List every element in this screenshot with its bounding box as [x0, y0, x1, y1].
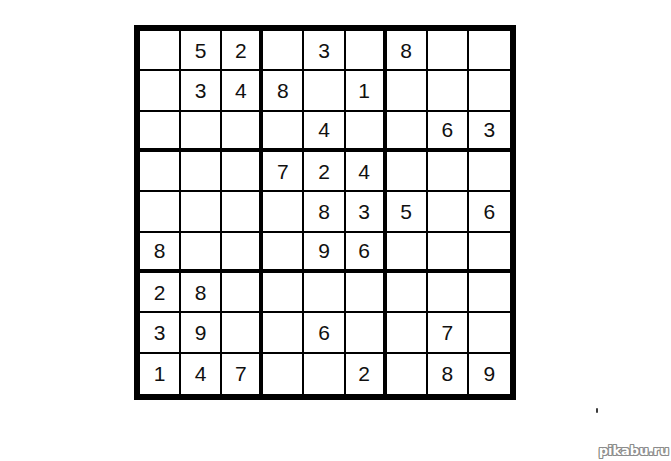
cell-r6c3[interactable] — [222, 233, 263, 273]
cell-r2c8[interactable] — [428, 71, 469, 111]
given-digit: 7 — [235, 363, 247, 384]
given-digit: 3 — [154, 322, 166, 343]
cell-r1c1[interactable] — [140, 31, 181, 71]
cell-r3c9[interactable]: 3 — [469, 112, 510, 152]
cell-r1c5[interactable]: 3 — [304, 31, 345, 71]
cell-r7c7[interactable] — [387, 273, 428, 313]
given-digit: 4 — [358, 161, 370, 182]
cell-r6c7[interactable] — [387, 233, 428, 273]
cell-r1c9[interactable] — [469, 31, 510, 71]
cell-r3c6[interactable] — [346, 112, 387, 152]
given-digit: 9 — [195, 322, 207, 343]
given-digit: 8 — [441, 363, 453, 384]
cell-r6c4[interactable] — [263, 233, 304, 273]
cell-r6c2[interactable] — [181, 233, 222, 273]
cell-r4c4[interactable]: 7 — [263, 152, 304, 192]
cell-r9c3[interactable]: 7 — [222, 354, 263, 394]
cell-r2c9[interactable] — [469, 71, 510, 111]
cell-r6c6[interactable]: 6 — [346, 233, 387, 273]
given-digit: 8 — [195, 282, 207, 303]
cell-r3c8[interactable]: 6 — [428, 112, 469, 152]
cell-r8c9[interactable] — [469, 313, 510, 353]
cell-r3c2[interactable] — [181, 112, 222, 152]
cell-r2c5[interactable] — [304, 71, 345, 111]
cell-r3c4[interactable] — [263, 112, 304, 152]
cell-r7c6[interactable] — [346, 273, 387, 313]
cell-r1c3[interactable]: 2 — [222, 31, 263, 71]
given-digit: 2 — [358, 363, 370, 384]
given-digit: 3 — [195, 80, 207, 101]
given-digit: 4 — [195, 363, 207, 384]
given-digit: 8 — [277, 80, 289, 101]
cell-r9c1[interactable]: 1 — [140, 354, 181, 394]
cell-r4c6[interactable]: 4 — [346, 152, 387, 192]
cell-r4c7[interactable] — [387, 152, 428, 192]
watermark: pikabu.ru — [599, 443, 669, 458]
given-digit: 3 — [318, 40, 330, 61]
cell-r1c2[interactable]: 5 — [181, 31, 222, 71]
cell-r5c5[interactable]: 8 — [304, 192, 345, 232]
sudoku-board: 523834814637248356896283967147289 — [134, 25, 516, 400]
cell-r9c7[interactable] — [387, 354, 428, 394]
cell-r9c6[interactable]: 2 — [346, 354, 387, 394]
cell-r8c3[interactable] — [222, 313, 263, 353]
cell-r8c8[interactable]: 7 — [428, 313, 469, 353]
cell-r7c8[interactable] — [428, 273, 469, 313]
given-digit: 7 — [277, 161, 289, 182]
cell-r1c4[interactable] — [263, 31, 304, 71]
cell-r1c8[interactable] — [428, 31, 469, 71]
cell-r5c9[interactable]: 6 — [469, 192, 510, 232]
cell-r8c2[interactable]: 9 — [181, 313, 222, 353]
cell-r8c1[interactable]: 3 — [140, 313, 181, 353]
given-digit: 8 — [400, 40, 412, 61]
cell-r9c5[interactable] — [304, 354, 345, 394]
cell-r6c5[interactable]: 9 — [304, 233, 345, 273]
given-digit: 1 — [358, 80, 370, 101]
cell-r4c5[interactable]: 2 — [304, 152, 345, 192]
cell-r2c1[interactable] — [140, 71, 181, 111]
cell-r4c9[interactable] — [469, 152, 510, 192]
page: 523834814637248356896283967147289 pikabu… — [0, 0, 671, 461]
cell-r5c1[interactable] — [140, 192, 181, 232]
given-digit: 4 — [235, 80, 247, 101]
cell-r7c2[interactable]: 8 — [181, 273, 222, 313]
given-digit: 3 — [484, 119, 496, 140]
given-digit: 8 — [318, 201, 330, 222]
given-digit: 6 — [441, 119, 453, 140]
cell-r7c5[interactable] — [304, 273, 345, 313]
cell-r3c3[interactable] — [222, 112, 263, 152]
given-digit: 3 — [358, 201, 370, 222]
cell-r2c4[interactable]: 8 — [263, 71, 304, 111]
cell-r5c3[interactable] — [222, 192, 263, 232]
cell-r9c4[interactable] — [263, 354, 304, 394]
given-digit: 9 — [318, 240, 330, 261]
given-digit: 6 — [358, 240, 370, 261]
cell-r6c9[interactable] — [469, 233, 510, 273]
given-digit: 6 — [318, 322, 330, 343]
cell-r1c7[interactable]: 8 — [387, 31, 428, 71]
stray-tick-mark — [596, 408, 598, 413]
given-digit: 7 — [441, 322, 453, 343]
cell-r5c7[interactable]: 5 — [387, 192, 428, 232]
cell-r5c8[interactable] — [428, 192, 469, 232]
given-digit: 2 — [154, 282, 166, 303]
cell-r2c6[interactable]: 1 — [346, 71, 387, 111]
given-digit: 8 — [154, 240, 166, 261]
cell-r5c6[interactable]: 3 — [346, 192, 387, 232]
cell-r2c2[interactable]: 3 — [181, 71, 222, 111]
cell-r4c8[interactable] — [428, 152, 469, 192]
cell-r7c4[interactable] — [263, 273, 304, 313]
given-digit: 2 — [235, 40, 247, 61]
cell-r7c3[interactable] — [222, 273, 263, 313]
cell-r5c2[interactable] — [181, 192, 222, 232]
given-digit: 5 — [195, 40, 207, 61]
cell-r4c3[interactable] — [222, 152, 263, 192]
cell-r8c5[interactable]: 6 — [304, 313, 345, 353]
given-digit: 2 — [318, 161, 330, 182]
given-digit: 5 — [400, 201, 412, 222]
cell-r7c9[interactable] — [469, 273, 510, 313]
cell-r3c7[interactable] — [387, 112, 428, 152]
cell-r8c6[interactable] — [346, 313, 387, 353]
cell-r9c8[interactable]: 8 — [428, 354, 469, 394]
cell-r1c6[interactable] — [346, 31, 387, 71]
cell-r4c2[interactable] — [181, 152, 222, 192]
cell-r9c9[interactable]: 9 — [469, 354, 510, 394]
given-digit: 6 — [484, 201, 496, 222]
cell-r7c1[interactable]: 2 — [140, 273, 181, 313]
cell-r8c7[interactable] — [387, 313, 428, 353]
cell-r3c5[interactable]: 4 — [304, 112, 345, 152]
cell-r6c1[interactable]: 8 — [140, 233, 181, 273]
cell-r2c3[interactable]: 4 — [222, 71, 263, 111]
cell-r9c2[interactable]: 4 — [181, 354, 222, 394]
cell-r4c1[interactable] — [140, 152, 181, 192]
cell-r2c7[interactable] — [387, 71, 428, 111]
given-digit: 1 — [154, 363, 166, 384]
given-digit: 4 — [318, 119, 330, 140]
given-digit: 9 — [484, 363, 496, 384]
cell-r5c4[interactable] — [263, 192, 304, 232]
cell-r8c4[interactable] — [263, 313, 304, 353]
cell-r3c1[interactable] — [140, 112, 181, 152]
cell-r6c8[interactable] — [428, 233, 469, 273]
